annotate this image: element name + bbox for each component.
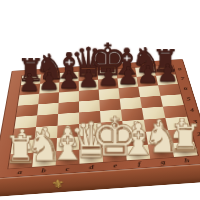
file-label-d: d <box>79 163 103 171</box>
chess-board: ♜♞♝♛♚♝♞♜♟♟♟♟♟♟♟♟♟♟♟♟♟♟♟♟♜♞♝♛♚♝♞♜ abcdefg… <box>0 59 200 179</box>
file-label-a: a <box>7 168 32 176</box>
brass-clasp-icon: ⚜ <box>51 177 66 190</box>
piece-black-pawn[interactable]: ♟ <box>143 64 193 84</box>
square-a5[interactable] <box>16 104 38 117</box>
chess-set-photo: ♜♞♝♛♚♝♞♜♟♟♟♟♟♟♟♟♟♟♟♟♟♟♟♟♜♞♝♛♚♝♞♜ abcdefg… <box>0 0 200 200</box>
square-g6[interactable] <box>138 85 160 97</box>
square-f6[interactable] <box>119 87 141 99</box>
file-label-e: e <box>103 162 127 170</box>
board-perspective: ♜♞♝♛♚♝♞♜♟♟♟♟♟♟♟♟♟♟♟♟♟♟♟♟♜♞♝♛♚♝♞♜ abcdefg… <box>0 0 200 200</box>
file-label-g: g <box>151 158 176 166</box>
board-squares: ♜♞♝♛♚♝♞♜♟♟♟♟♟♟♟♟♟♟♟♟♟♟♟♟♜♞♝♛♚♝♞♜ <box>9 65 198 168</box>
file-label-f: f <box>127 160 152 168</box>
piece-white-bishop[interactable]: ♝ <box>38 127 98 163</box>
piece-white-bishop[interactable]: ♝ <box>109 122 169 158</box>
file-label-b: b <box>31 167 55 175</box>
file-label-h: h <box>174 157 199 165</box>
square-g5[interactable] <box>140 96 163 108</box>
square-e6[interactable] <box>99 88 120 100</box>
file-label-c: c <box>55 165 79 173</box>
